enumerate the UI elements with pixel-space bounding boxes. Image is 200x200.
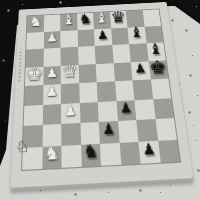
square-c3: ♟ (61, 103, 80, 124)
square-h8 (142, 9, 161, 26)
square-e2: ♟ (99, 121, 119, 143)
white-knight-b1: ♞ (44, 144, 60, 163)
square-a4 (24, 85, 43, 105)
black-pawn-g1: ♟ (141, 141, 156, 157)
square-a5: ♚ (25, 66, 43, 86)
square-c2 (61, 123, 80, 145)
square-h6: ♝ (146, 42, 166, 61)
white-pawn-b5: ♟ (46, 66, 58, 79)
square-d1: ♞ (81, 143, 101, 166)
white-bishop-e8: ♝ (94, 11, 108, 25)
black-pawn-e2: ♟ (102, 121, 116, 136)
square-h3 (153, 98, 174, 119)
square-b4: ♟ (43, 84, 61, 104)
white-king-a5: ♚ (25, 64, 43, 83)
square-a6 (26, 49, 44, 68)
square-d7 (77, 29, 95, 47)
square-d4 (79, 82, 98, 102)
square-f1 (119, 141, 140, 164)
black-pawn-g5: ♟ (134, 61, 147, 74)
square-h4 (150, 78, 171, 98)
black-queen-f8: ♛ (110, 9, 127, 25)
square-a7 (26, 32, 43, 50)
square-h7 (144, 26, 163, 44)
photo-grain-light-speckles (0, 0, 1, 1)
black-pawn-e7: ♟ (97, 28, 109, 40)
square-g6 (129, 43, 148, 62)
square-f5 (113, 62, 132, 81)
square-g7: ♝ (127, 26, 146, 44)
square-h2 (155, 118, 177, 140)
chess-board: ♞♝♞♝♛♟♟♝♝♚♟♛♟♚♟♟♟♟♞♞♟ ♘ (11, 2, 194, 190)
square-c1 (61, 144, 81, 167)
square-b6 (43, 48, 61, 67)
square-d2 (80, 122, 100, 144)
square-g4 (132, 79, 152, 99)
square-b3 (42, 104, 61, 125)
board-corner-knight-logo-icon: ♘ (15, 139, 30, 156)
square-h1 (158, 139, 180, 162)
square-b7: ♟ (43, 31, 60, 49)
square-g5: ♟ (131, 61, 151, 80)
square-a3 (24, 105, 43, 126)
square-e8: ♝ (93, 12, 111, 29)
black-pawn-f3: ♟ (119, 100, 133, 114)
white-pawn-c3: ♟ (64, 103, 77, 117)
white-queen-c5: ♛ (61, 63, 78, 81)
square-e6 (95, 45, 113, 64)
square-f7 (111, 27, 129, 45)
square-c6 (60, 47, 78, 66)
square-d5 (78, 64, 96, 83)
square-c7 (60, 30, 77, 48)
square-d3 (79, 102, 98, 123)
square-d6 (78, 46, 96, 65)
square-f2 (118, 120, 139, 142)
square-a8: ♞ (27, 15, 44, 32)
white-bishop-c8: ♝ (62, 13, 76, 27)
square-c4 (61, 83, 80, 103)
square-e5 (96, 63, 115, 82)
square-e4 (97, 81, 116, 101)
black-knight-d1: ♞ (82, 142, 99, 161)
white-pawn-b7: ♟ (46, 31, 58, 43)
square-g1: ♟ (138, 140, 160, 163)
board-edge-printing (18, 52, 21, 82)
white-knight-a8: ♞ (28, 14, 42, 28)
square-c8: ♝ (60, 14, 77, 31)
black-knight-d8: ♞ (78, 12, 92, 26)
white-pawn-b4: ♟ (46, 84, 58, 98)
square-g8 (126, 10, 144, 27)
square-f8: ♛ (109, 11, 127, 28)
square-g2 (136, 119, 157, 141)
square-e7: ♟ (94, 28, 112, 46)
square-e3 (98, 101, 118, 122)
chessboard-photo: ♞♝♞♝♛♟♟♝♝♚♟♛♟♚♟♟♟♟♞♞♟ ♘ (0, 0, 200, 200)
square-d8: ♞ (77, 13, 94, 30)
square-b2 (42, 124, 61, 146)
square-e1 (100, 142, 121, 165)
black-king-h5: ♚ (148, 58, 167, 77)
square-b5: ♟ (43, 66, 61, 86)
square-c5: ♛ (61, 65, 79, 84)
board-grid: ♞♝♞♝♛♟♟♝♝♚♟♛♟♚♟♟♟♟♞♞♟ (21, 9, 181, 172)
square-h5: ♚ (148, 60, 168, 79)
black-bishop-h6: ♝ (148, 41, 164, 56)
square-b8 (44, 14, 61, 31)
square-f4 (115, 80, 135, 100)
black-bishop-g7: ♝ (129, 25, 144, 40)
square-f3: ♟ (116, 100, 136, 121)
square-f6 (112, 44, 131, 63)
square-b1: ♞ (42, 145, 62, 169)
square-g3 (134, 99, 155, 120)
